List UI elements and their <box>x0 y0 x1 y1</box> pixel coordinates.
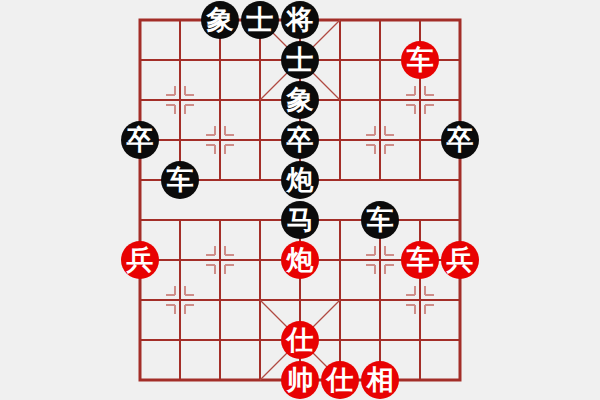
piece-red-soldier[interactable]: 兵 <box>441 241 479 279</box>
piece-black-chariot[interactable]: 车 <box>361 201 399 239</box>
piece-black-horse[interactable]: 马 <box>281 201 319 239</box>
piece-black-soldier[interactable]: 卒 <box>281 121 319 159</box>
piece-red-advisor[interactable]: 仕 <box>281 321 319 359</box>
piece-black-elephant[interactable]: 象 <box>281 81 319 119</box>
piece-red-elephant[interactable]: 相 <box>361 361 399 399</box>
piece-black-elephant[interactable]: 象 <box>201 1 239 39</box>
piece-red-chariot[interactable]: 车 <box>401 41 439 79</box>
piece-black-general[interactable]: 将 <box>281 1 319 39</box>
piece-black-advisor[interactable]: 士 <box>241 1 279 39</box>
piece-black-chariot[interactable]: 车 <box>161 161 199 199</box>
piece-black-soldier[interactable]: 卒 <box>441 121 479 159</box>
piece-red-advisor[interactable]: 仕 <box>321 361 359 399</box>
piece-black-advisor[interactable]: 士 <box>281 41 319 79</box>
piece-red-chariot[interactable]: 车 <box>401 241 439 279</box>
piece-red-soldier[interactable]: 兵 <box>121 241 159 279</box>
piece-red-general[interactable]: 帅 <box>281 361 319 399</box>
pieces-layer: 象士将士车象卒卒卒车炮马车兵炮车兵仕帅仕相 <box>120 0 480 400</box>
piece-red-cannon[interactable]: 炮 <box>281 241 319 279</box>
screen: 象士将士车象卒卒卒车炮马车兵炮车兵仕帅仕相 <box>0 0 600 400</box>
piece-black-cannon[interactable]: 炮 <box>281 161 319 199</box>
xiangqi-board[interactable]: 象士将士车象卒卒卒车炮马车兵炮车兵仕帅仕相 <box>0 0 600 400</box>
piece-black-soldier[interactable]: 卒 <box>121 121 159 159</box>
